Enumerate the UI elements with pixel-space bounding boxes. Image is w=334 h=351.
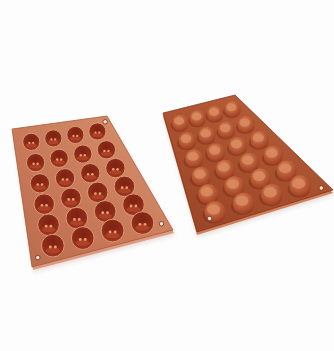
- cavity: [67, 126, 84, 143]
- cavity: [41, 234, 64, 257]
- cavity: [89, 123, 106, 140]
- cavity-highlight-dot: [144, 223, 147, 226]
- cavity-highlight-dot: [107, 150, 109, 152]
- dome-top-face: [264, 187, 277, 197]
- cavity-highlight-dot: [67, 198, 70, 201]
- cavity-highlight-dot: [37, 183, 40, 186]
- cavity-well: [34, 194, 55, 215]
- cavity: [23, 133, 40, 150]
- cavity-highlight-dot: [109, 230, 112, 233]
- cavity-well: [38, 214, 60, 236]
- cavity-inner-reflection: [106, 232, 120, 238]
- cavity-well: [67, 126, 84, 143]
- photo-canvas: [0, 0, 334, 351]
- cavity-highlight-dot: [99, 192, 102, 195]
- dome-top-face: [209, 108, 219, 116]
- dome-top-face: [200, 129, 211, 137]
- cavity-inner-reflection: [34, 185, 46, 190]
- cavity-well: [81, 163, 100, 182]
- cavity-highlight-dot: [72, 135, 74, 137]
- cavity-highlight-dot: [45, 204, 48, 207]
- hanging-hole: [103, 120, 107, 124]
- cavity-well: [66, 207, 88, 229]
- cavity-highlight-dot: [87, 173, 90, 176]
- cavity-highlight-dot: [76, 135, 78, 137]
- cavity-inner-reflection: [54, 160, 65, 165]
- cavity-inner-reflection: [59, 180, 71, 185]
- cavity: [38, 214, 60, 236]
- cavity: [97, 141, 115, 159]
- dome-top-face: [181, 135, 192, 143]
- cavity-well: [87, 182, 108, 203]
- dome-top-face: [209, 146, 220, 155]
- cavity-inner-reflection: [76, 240, 90, 246]
- cavity-inner-reflection: [127, 206, 140, 212]
- cavity-highlight-dot: [79, 238, 82, 241]
- hanging-hole: [159, 222, 163, 226]
- cavity: [30, 174, 49, 193]
- cavity-well: [61, 188, 82, 209]
- dome-top-face: [192, 113, 202, 121]
- dome-top-face: [239, 119, 250, 127]
- cavity-inner-reflection: [101, 151, 112, 156]
- cavity: [81, 163, 100, 182]
- cavity-well: [45, 130, 62, 147]
- cavity-highlight-dot: [116, 168, 119, 171]
- cavity-highlight-dot: [54, 138, 56, 140]
- cavity-inner-reflection: [135, 225, 149, 231]
- dome-top-face: [187, 152, 198, 161]
- cavity-inner-reflection: [42, 227, 55, 233]
- cavity: [26, 153, 44, 171]
- cavity-highlight-dot: [84, 238, 87, 241]
- cavity-inner-reflection: [98, 213, 111, 219]
- cavity: [55, 169, 74, 188]
- cavity-highlight-dot: [138, 223, 141, 226]
- cavity-highlight-dot: [112, 168, 115, 171]
- cavity-well: [106, 158, 125, 177]
- cavity-highlight-dot: [106, 211, 109, 214]
- cavity-highlight-dot: [50, 138, 52, 140]
- cavity-highlight-dot: [98, 131, 100, 133]
- cavity-highlight-dot: [114, 230, 117, 233]
- cavity: [131, 212, 154, 235]
- dome-top-face: [207, 204, 220, 214]
- cavity-highlight-dot: [28, 142, 30, 144]
- dome-top-face: [218, 163, 230, 172]
- cavity: [66, 207, 88, 229]
- cavity-highlight-dot: [41, 183, 44, 186]
- cavity-well: [23, 133, 40, 150]
- cavity-well: [131, 212, 154, 235]
- cavity-highlight-dot: [32, 142, 34, 144]
- cavity-highlight-dot: [130, 205, 133, 208]
- cavity: [34, 194, 55, 215]
- cavity-inner-reflection: [46, 247, 60, 253]
- cavity: [61, 188, 82, 209]
- cavity: [45, 130, 62, 147]
- cavity-inner-reflection: [84, 175, 96, 180]
- dome-top-face: [292, 179, 305, 189]
- cavity-well: [50, 149, 68, 167]
- cavity-inner-reflection: [38, 206, 51, 211]
- cavity: [87, 182, 108, 203]
- cavity-highlight-dot: [121, 186, 124, 189]
- cavity: [71, 227, 94, 250]
- cavity: [50, 149, 68, 167]
- dome-top-face: [242, 156, 254, 165]
- cavity-well: [74, 145, 92, 163]
- dome-top-face: [174, 117, 184, 125]
- cavity-highlight-dot: [66, 178, 69, 181]
- dome-top-face: [226, 103, 236, 111]
- cavity-highlight-dot: [50, 225, 53, 228]
- cavity-well: [89, 123, 106, 140]
- cavity-highlight-dot: [62, 178, 65, 181]
- cavity-highlight-dot: [45, 225, 48, 228]
- dome-top-face: [231, 140, 242, 149]
- dome-top-face: [253, 171, 266, 181]
- cavity-inner-reflection: [65, 200, 78, 205]
- cavity-inner-reflection: [92, 133, 103, 137]
- dome-top-face: [253, 134, 264, 143]
- cavity-inner-reflection: [109, 170, 121, 175]
- cavity-inner-reflection: [70, 220, 83, 226]
- cavity-well: [26, 153, 44, 171]
- cavity: [101, 219, 124, 242]
- cavity-well: [41, 234, 64, 257]
- cavity-inner-reflection: [30, 164, 41, 169]
- cavity-highlight-dot: [49, 246, 52, 249]
- cavity-highlight-dot: [56, 158, 58, 160]
- dome-top-face: [200, 187, 213, 197]
- cavity-highlight-dot: [84, 154, 86, 156]
- cavity-highlight-dot: [72, 198, 75, 201]
- hanging-hole: [36, 255, 40, 259]
- cavity: [74, 145, 92, 163]
- cavity-well: [71, 227, 94, 250]
- cavity-highlight-dot: [73, 218, 76, 221]
- cavity-highlight-dot: [91, 173, 94, 176]
- cavity-highlight-dot: [78, 218, 81, 221]
- cavity-well: [55, 169, 74, 188]
- cavity-inner-reflection: [70, 136, 81, 140]
- dome-top-face: [235, 196, 248, 206]
- dome-top-face: [279, 164, 292, 174]
- dome-top-face: [266, 149, 278, 158]
- hanging-hole: [319, 186, 323, 190]
- cavity-highlight-dot: [134, 205, 137, 208]
- cavity-highlight-dot: [125, 186, 128, 189]
- hanging-hole: [207, 216, 211, 220]
- cavity-highlight-dot: [32, 163, 34, 165]
- cavity-inner-reflection: [91, 194, 104, 199]
- cavity-well: [101, 219, 124, 242]
- cavity-highlight-dot: [80, 154, 82, 156]
- cavity: [106, 158, 125, 177]
- cavity-highlight-dot: [94, 192, 97, 195]
- cavity-well: [30, 174, 49, 193]
- cavity-highlight-dot: [60, 158, 62, 160]
- cavity-highlight-dot: [41, 204, 44, 207]
- cavity-inner-reflection: [77, 156, 88, 161]
- cavity-inner-reflection: [48, 140, 59, 144]
- cavity-well: [97, 141, 115, 159]
- cavity-highlight-dot: [103, 150, 105, 152]
- dome-top-face: [220, 124, 231, 132]
- product-photo: [0, 0, 334, 351]
- cavity-highlight-dot: [101, 211, 104, 214]
- cavity-inner-reflection: [26, 143, 37, 147]
- cavity-highlight-dot: [94, 131, 96, 133]
- cavity-inner-reflection: [118, 188, 131, 193]
- cavity-highlight-dot: [36, 163, 38, 165]
- cavity-highlight-dot: [54, 246, 57, 249]
- dome-top-face: [227, 179, 240, 189]
- dome-top-face: [194, 170, 206, 179]
